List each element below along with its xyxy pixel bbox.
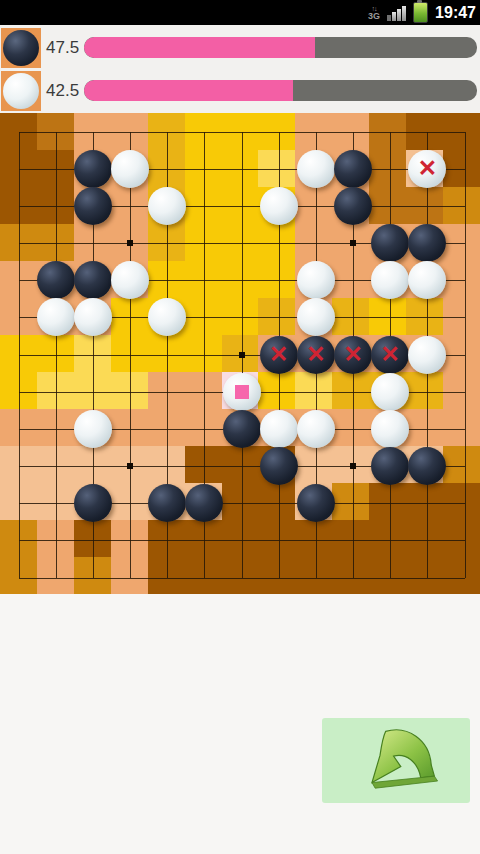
white-stone[interactable]	[371, 373, 409, 411]
footer-panel	[0, 594, 480, 854]
territory-cell	[443, 483, 480, 520]
white-stone[interactable]	[297, 298, 335, 336]
network-label: 3G	[368, 12, 380, 21]
status-bar: ↑↓ 3G 19:47	[0, 0, 480, 25]
black-score-bar	[84, 37, 477, 58]
dead-stone-marker: ✕	[371, 336, 409, 374]
territory-cell	[369, 557, 406, 594]
black-stone[interactable]	[37, 261, 75, 299]
dead-stone-marker: ✕	[334, 336, 372, 374]
black-stone[interactable]: ✕	[371, 336, 409, 374]
white-stone[interactable]	[37, 298, 75, 336]
black-stone[interactable]	[74, 187, 112, 225]
territory-cell	[148, 409, 185, 446]
white-stone[interactable]	[148, 187, 186, 225]
white-stone[interactable]	[260, 187, 298, 225]
go-board[interactable]: ✕✕✕✕✕	[0, 113, 480, 594]
grid-line	[19, 578, 465, 579]
territory-cell	[258, 557, 295, 594]
white-stone[interactable]	[223, 373, 261, 411]
territory-cell	[443, 409, 480, 446]
territory-cell	[148, 557, 185, 594]
white-stone-icon	[3, 73, 39, 109]
territory-cell	[332, 372, 369, 409]
white-player-icon	[1, 71, 41, 111]
signal-bars-icon	[387, 5, 406, 21]
territory-cell	[295, 446, 332, 483]
white-score-row: 42.5	[0, 70, 480, 111]
status-time: 19:47	[435, 4, 476, 22]
territory-cell	[332, 483, 369, 520]
white-stone[interactable]	[371, 410, 409, 448]
black-stone[interactable]: ✕	[334, 336, 372, 374]
black-stone[interactable]	[74, 261, 112, 299]
territory-cell	[258, 483, 295, 520]
territory-cell	[406, 520, 443, 557]
territory-cell	[185, 520, 222, 557]
territory-cell	[185, 446, 222, 483]
territory-cell	[148, 520, 185, 557]
hoshi-point	[350, 240, 356, 246]
territory-cell	[443, 446, 480, 483]
battery-icon	[413, 2, 428, 23]
black-stone[interactable]	[297, 484, 335, 522]
white-stone[interactable]	[297, 410, 335, 448]
black-stone[interactable]	[334, 187, 372, 225]
dead-stone-marker: ✕	[260, 336, 298, 374]
last-move-marker	[235, 385, 249, 399]
white-score-bar-fill	[84, 80, 293, 101]
territory-cell	[443, 520, 480, 557]
black-player-icon	[1, 28, 41, 68]
black-score-row: 47.5	[0, 27, 480, 68]
white-stone[interactable]	[297, 261, 335, 299]
territory-cell	[148, 372, 185, 409]
white-score-value: 42.5	[46, 81, 82, 101]
black-stone[interactable]: ✕	[260, 336, 298, 374]
white-stone[interactable]	[111, 150, 149, 188]
territory-cell	[295, 557, 332, 594]
territory-cell	[258, 520, 295, 557]
territory-cell	[406, 372, 443, 409]
undo-arrow-icon	[341, 725, 451, 797]
black-stone[interactable]	[260, 447, 298, 485]
territory-cell	[295, 372, 332, 409]
territory-cell	[222, 557, 259, 594]
black-stone-icon	[3, 30, 39, 66]
hoshi-point	[239, 352, 245, 358]
grid-line	[465, 132, 466, 578]
territory-cell	[148, 446, 185, 483]
territory-cell	[406, 409, 443, 446]
territory-cell	[185, 557, 222, 594]
territory-cell	[369, 483, 406, 520]
black-stone[interactable]	[74, 484, 112, 522]
black-score-bar-fill	[84, 37, 315, 58]
dead-stone-marker: ✕	[408, 150, 446, 188]
score-panel: 47.5 42.5	[0, 25, 480, 113]
territory-cell	[222, 520, 259, 557]
territory-cell	[185, 372, 222, 409]
app-screen: ↑↓ 3G 19:47 47.5 42.5 ✕✕✕✕✕	[0, 0, 480, 854]
network-3g-icon: ↑↓ 3G	[368, 5, 380, 21]
territory-cell	[222, 446, 259, 483]
territory-cell	[406, 557, 443, 594]
hoshi-point	[127, 240, 133, 246]
white-stone[interactable]	[74, 298, 112, 336]
white-stone[interactable]: ✕	[408, 150, 446, 188]
hoshi-point	[350, 463, 356, 469]
undo-button[interactable]	[322, 718, 470, 803]
territory-cell	[222, 483, 259, 520]
territory-cell	[443, 335, 480, 372]
white-stone[interactable]	[408, 336, 446, 374]
territory-cell	[369, 520, 406, 557]
black-stone[interactable]	[371, 447, 409, 485]
territory-cell	[443, 372, 480, 409]
territory-cell	[295, 520, 332, 557]
white-stone[interactable]	[74, 410, 112, 448]
black-stone[interactable]: ✕	[297, 336, 335, 374]
territory-cell	[406, 483, 443, 520]
white-stone[interactable]	[297, 150, 335, 188]
territory-cell	[332, 520, 369, 557]
black-score-value: 47.5	[46, 38, 82, 58]
territory-cell	[258, 372, 295, 409]
territory-cell	[443, 557, 480, 594]
white-stone[interactable]	[260, 410, 298, 448]
black-stone[interactable]	[223, 410, 261, 448]
territory-cell	[332, 409, 369, 446]
grid-line	[19, 540, 465, 541]
black-stone[interactable]	[334, 150, 372, 188]
territory-cell	[332, 557, 369, 594]
dead-stone-marker: ✕	[297, 336, 335, 374]
territory-cell	[185, 409, 222, 446]
white-score-bar	[84, 80, 477, 101]
black-stone[interactable]	[371, 224, 409, 262]
territory-cell	[148, 335, 185, 372]
territory-cell	[185, 335, 222, 372]
white-stone[interactable]	[111, 261, 149, 299]
black-stone[interactable]	[74, 150, 112, 188]
hoshi-point	[127, 463, 133, 469]
